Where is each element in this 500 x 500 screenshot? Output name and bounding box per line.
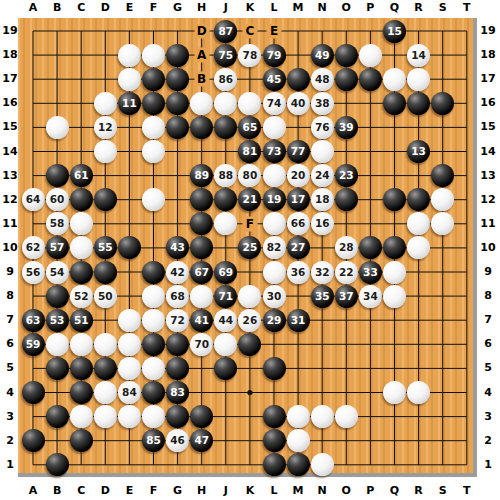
col-label-top: G — [173, 2, 182, 14]
stone-white-H16 — [190, 92, 213, 115]
stone-white-N14 — [311, 140, 334, 163]
stone-white-K13-move-80: 80 — [238, 164, 261, 187]
row-label-right: 1 — [484, 459, 492, 471]
move-number: 78 — [238, 44, 261, 67]
point-marker-B: B — [194, 72, 209, 87]
stone-black-L18-move-79: 79 — [263, 44, 286, 67]
stone-white-P8-move-34: 34 — [359, 285, 382, 308]
stone-black-J18-move-75: 75 — [214, 44, 237, 67]
row-label-left: 9 — [6, 266, 14, 278]
stone-white-L15 — [263, 116, 286, 139]
col-label-top: K — [246, 2, 255, 14]
stone-white-M13-move-20: 20 — [287, 164, 310, 187]
stone-white-J13-move-88: 88 — [214, 164, 237, 187]
stone-black-D9 — [94, 261, 117, 284]
row-label-left: 8 — [6, 290, 14, 302]
col-label-bottom: Q — [390, 485, 399, 497]
row-label-left: 17 — [2, 73, 17, 85]
move-number: 37 — [335, 285, 358, 308]
go-diagram: A AB BC CD DE EF FG GH HJ JK KL LM MN NO… — [0, 0, 500, 500]
col-label-top: O — [342, 2, 351, 14]
move-number: 20 — [287, 164, 310, 187]
move-number: 69 — [214, 261, 237, 284]
stone-black-O13-move-23: 23 — [335, 164, 358, 187]
stone-white-N12-move-18: 18 — [311, 188, 334, 211]
stone-black-P17 — [359, 68, 382, 91]
stone-white-B12-move-60: 60 — [46, 188, 69, 211]
stone-black-L12-move-19: 19 — [263, 188, 286, 211]
stone-black-G17 — [166, 68, 189, 91]
row-label-right: 17 — [480, 73, 495, 85]
stone-white-E6 — [118, 333, 141, 356]
stone-black-M17 — [287, 68, 310, 91]
stone-black-F4 — [142, 381, 165, 404]
stone-black-O18 — [335, 44, 358, 67]
stone-white-D4 — [94, 381, 117, 404]
move-number: 87 — [214, 20, 237, 43]
stone-white-D15-move-12: 12 — [94, 116, 117, 139]
row-label-right: 8 — [484, 290, 492, 302]
move-number: 58 — [46, 212, 69, 235]
move-number: 25 — [238, 236, 261, 259]
stone-black-F6 — [142, 333, 165, 356]
col-label-bottom: P — [366, 485, 374, 497]
row-label-left: 13 — [2, 170, 17, 182]
move-number: 64 — [22, 188, 45, 211]
row-label-right: 18 — [480, 49, 495, 61]
stone-black-F16 — [142, 92, 165, 115]
stone-black-M10-move-27: 27 — [287, 236, 310, 259]
move-number: 40 — [287, 92, 310, 115]
row-label-left: 1 — [6, 459, 14, 471]
row-label-left: 19 — [2, 25, 17, 37]
row-label-right: 9 — [484, 266, 492, 278]
stone-black-J19-move-87: 87 — [214, 20, 237, 43]
move-number: 65 — [238, 116, 261, 139]
row-label-right: 11 — [480, 218, 495, 230]
move-number: 80 — [238, 164, 261, 187]
move-number: 86 — [214, 68, 237, 91]
row-label-right: 16 — [480, 97, 495, 109]
stone-black-A6-move-59: 59 — [22, 333, 45, 356]
stone-black-D10-move-55: 55 — [94, 236, 117, 259]
stone-white-J7-move-44: 44 — [214, 309, 237, 332]
col-label-top: J — [224, 2, 228, 14]
col-label-top: L — [270, 2, 277, 14]
col-label-top: T — [463, 2, 471, 14]
move-number: 89 — [190, 164, 213, 187]
move-number: 52 — [70, 285, 93, 308]
move-number: 56 — [22, 261, 45, 284]
stone-black-E16-move-11: 11 — [118, 92, 141, 115]
move-number: 85 — [142, 429, 165, 452]
row-label-right: 15 — [480, 121, 495, 133]
stone-white-A9-move-56: 56 — [22, 261, 45, 284]
stone-white-A10-move-62: 62 — [22, 236, 45, 259]
stone-black-O8-move-37: 37 — [335, 285, 358, 308]
stone-black-J9-move-69: 69 — [214, 261, 237, 284]
stone-black-K14-move-81: 81 — [238, 140, 261, 163]
stone-black-G4-move-83: 83 — [166, 381, 189, 404]
stone-white-G2-move-46: 46 — [166, 429, 189, 452]
stone-black-C12 — [70, 188, 93, 211]
stone-white-H8 — [190, 285, 213, 308]
move-number: 49 — [311, 44, 334, 67]
stone-black-L5 — [263, 357, 286, 380]
col-label-top: F — [150, 2, 158, 14]
move-number: 63 — [22, 309, 45, 332]
move-number: 13 — [407, 140, 430, 163]
move-number: 61 — [70, 164, 93, 187]
col-label-top: N — [318, 2, 327, 14]
col-label-bottom: M — [293, 485, 304, 497]
row-label-right: 10 — [480, 242, 495, 254]
move-number: 22 — [335, 261, 358, 284]
stone-white-D16 — [94, 92, 117, 115]
move-number: 51 — [70, 309, 93, 332]
stone-black-C5 — [70, 357, 93, 380]
stone-black-H7-move-41: 41 — [190, 309, 213, 332]
col-label-bottom: J — [224, 485, 228, 497]
stone-white-N9-move-32: 32 — [311, 261, 334, 284]
row-label-right: 13 — [480, 170, 495, 182]
move-number: 76 — [311, 116, 334, 139]
stone-black-F2-move-85: 85 — [142, 429, 165, 452]
stone-white-M3 — [287, 405, 310, 428]
col-label-top: R — [414, 2, 422, 14]
move-number: 72 — [166, 309, 189, 332]
stone-white-G7-move-72: 72 — [166, 309, 189, 332]
row-label-left: 14 — [2, 146, 17, 158]
row-label-right: 7 — [484, 314, 492, 326]
stone-white-M2 — [287, 429, 310, 452]
stone-black-L2 — [263, 429, 286, 452]
stone-white-D3 — [94, 405, 117, 428]
stone-white-E18 — [118, 44, 141, 67]
stone-white-B9-move-54: 54 — [46, 261, 69, 284]
stone-white-F8 — [142, 285, 165, 308]
stone-white-L16-move-74: 74 — [263, 92, 286, 115]
stone-black-B7-move-53: 53 — [46, 309, 69, 332]
stone-white-J16 — [214, 92, 237, 115]
stone-black-C9 — [70, 261, 93, 284]
stone-white-L9 — [263, 261, 286, 284]
point-marker-C: C — [242, 24, 257, 39]
row-label-left: 18 — [2, 49, 17, 61]
col-label-top: P — [366, 2, 374, 14]
stone-black-G16 — [166, 92, 189, 115]
stone-white-F15 — [142, 116, 165, 139]
stone-white-H6-move-70: 70 — [190, 333, 213, 356]
col-label-bottom: E — [126, 485, 134, 497]
move-number: 33 — [359, 261, 382, 284]
stone-black-H9-move-67: 67 — [190, 261, 213, 284]
row-label-left: 7 — [6, 314, 14, 326]
point-marker-D: D — [194, 24, 209, 39]
row-label-right: 5 — [484, 362, 492, 374]
stone-white-E3 — [118, 405, 141, 428]
row-label-right: 4 — [484, 387, 492, 399]
stone-black-M12-move-17: 17 — [287, 188, 310, 211]
stone-white-C8-move-52: 52 — [70, 285, 93, 308]
move-number: 67 — [190, 261, 213, 284]
stone-white-E5 — [118, 357, 141, 380]
stone-black-L3 — [263, 405, 286, 428]
stone-black-F17 — [142, 68, 165, 91]
stone-black-C13-move-61: 61 — [70, 164, 93, 187]
col-label-top: C — [77, 2, 85, 14]
stone-black-B3 — [46, 405, 69, 428]
col-label-top: Q — [390, 2, 399, 14]
stone-black-G15 — [166, 116, 189, 139]
move-number: 26 — [238, 309, 261, 332]
stone-black-M7-move-31: 31 — [287, 309, 310, 332]
point-marker-A: A — [194, 48, 209, 63]
row-label-left: 4 — [6, 387, 14, 399]
move-number: 48 — [311, 68, 334, 91]
row-label-left: 10 — [2, 242, 17, 254]
stone-white-R4 — [407, 381, 430, 404]
move-number: 38 — [311, 92, 334, 115]
stone-white-E17 — [118, 68, 141, 91]
stone-white-J6 — [214, 333, 237, 356]
stone-black-R14-move-13: 13 — [407, 140, 430, 163]
stone-black-B8 — [46, 285, 69, 308]
stone-white-O10-move-28: 28 — [335, 236, 358, 259]
col-label-bottom: T — [463, 485, 471, 497]
stone-black-A2 — [22, 429, 45, 452]
stone-black-F9 — [142, 261, 165, 284]
stone-white-M16-move-40: 40 — [287, 92, 310, 115]
row-label-left: 12 — [2, 194, 17, 206]
move-number: 23 — [335, 164, 358, 187]
stone-black-P9-move-33: 33 — [359, 261, 382, 284]
col-label-bottom: A — [29, 485, 38, 497]
stone-white-C11 — [70, 212, 93, 235]
stone-white-Q4 — [383, 381, 406, 404]
row-label-left: 5 — [6, 362, 14, 374]
stone-black-H13-move-89: 89 — [190, 164, 213, 187]
move-number: 46 — [166, 429, 189, 452]
row-label-right: 2 — [484, 435, 492, 447]
row-label-right: 12 — [480, 194, 495, 206]
row-label-right: 14 — [480, 146, 495, 158]
stone-black-N8-move-35: 35 — [311, 285, 334, 308]
stone-black-C4 — [70, 381, 93, 404]
row-label-left: 2 — [6, 435, 14, 447]
stone-black-R16 — [407, 92, 430, 115]
stone-white-N11-move-16: 16 — [311, 212, 334, 235]
move-number: 18 — [311, 188, 334, 211]
stone-white-N16-move-38: 38 — [311, 92, 334, 115]
stone-black-G5 — [166, 357, 189, 380]
col-label-top: H — [197, 2, 206, 14]
stone-black-K15-move-65: 65 — [238, 116, 261, 139]
stone-white-B6 — [46, 333, 69, 356]
stone-black-L7-move-29: 29 — [263, 309, 286, 332]
col-label-bottom: G — [173, 485, 182, 497]
move-number: 39 — [335, 116, 358, 139]
stone-black-J8-move-71: 71 — [214, 285, 237, 308]
move-number: 29 — [263, 309, 286, 332]
move-number: 17 — [287, 188, 310, 211]
stone-white-C3 — [70, 405, 93, 428]
row-label-right: 3 — [484, 411, 492, 423]
stone-black-D5 — [94, 357, 117, 380]
stone-white-A12-move-64: 64 — [22, 188, 45, 211]
col-label-top: B — [53, 2, 61, 14]
stone-white-R18-move-14: 14 — [407, 44, 430, 67]
stone-black-G10-move-43: 43 — [166, 236, 189, 259]
stone-black-A4 — [22, 381, 45, 404]
row-label-left: 3 — [6, 411, 14, 423]
stone-white-D6 — [94, 333, 117, 356]
col-label-bottom: K — [246, 485, 255, 497]
stone-white-M9-move-36: 36 — [287, 261, 310, 284]
move-number: 70 — [190, 333, 213, 356]
stone-white-O9-move-22: 22 — [335, 261, 358, 284]
col-label-bottom: S — [439, 485, 447, 497]
move-number: 11 — [118, 92, 141, 115]
move-number: 43 — [166, 236, 189, 259]
stone-white-Q9 — [383, 261, 406, 284]
stone-white-K18-move-78: 78 — [238, 44, 261, 67]
stone-white-K7-move-26: 26 — [238, 309, 261, 332]
stone-white-D8-move-50: 50 — [94, 285, 117, 308]
stone-white-F5 — [142, 357, 165, 380]
stone-black-L1 — [263, 453, 286, 476]
move-number: 19 — [263, 188, 286, 211]
stone-white-N3 — [311, 405, 334, 428]
move-number: 16 — [311, 212, 334, 235]
col-label-bottom: O — [342, 485, 351, 497]
move-number: 84 — [118, 381, 141, 404]
move-number: 30 — [263, 285, 286, 308]
move-number: 71 — [214, 285, 237, 308]
stone-black-L17-move-45: 45 — [263, 68, 286, 91]
move-number: 77 — [287, 140, 310, 163]
stone-white-C6 — [70, 333, 93, 356]
col-label-bottom: R — [414, 485, 422, 497]
move-number: 31 — [287, 309, 310, 332]
move-number: 55 — [94, 236, 117, 259]
move-number: 36 — [287, 261, 310, 284]
move-number: 32 — [311, 261, 334, 284]
col-label-bottom: D — [101, 485, 110, 497]
stone-black-O17 — [335, 68, 358, 91]
row-label-left: 16 — [2, 97, 17, 109]
stone-white-G9-move-42: 42 — [166, 261, 189, 284]
move-number: 42 — [166, 261, 189, 284]
stone-white-N17-move-48: 48 — [311, 68, 334, 91]
move-number: 28 — [335, 236, 358, 259]
stone-black-C7-move-51: 51 — [70, 309, 93, 332]
move-number: 35 — [311, 285, 334, 308]
stone-black-M14-move-77: 77 — [287, 140, 310, 163]
stone-white-N13-move-24: 24 — [311, 164, 334, 187]
stone-white-L11 — [263, 212, 286, 235]
stone-black-O12 — [335, 188, 358, 211]
stone-white-K8 — [238, 285, 261, 308]
move-number: 59 — [22, 333, 45, 356]
move-number: 54 — [46, 261, 69, 284]
stone-black-B1 — [46, 453, 69, 476]
stone-black-G18 — [166, 44, 189, 67]
stone-white-N1 — [311, 453, 334, 476]
col-label-bottom: L — [270, 485, 277, 497]
col-label-bottom: H — [197, 485, 206, 497]
col-label-top: S — [439, 2, 447, 14]
stone-white-B15 — [46, 116, 69, 139]
stone-white-P18 — [359, 44, 382, 67]
move-number: 68 — [166, 285, 189, 308]
col-label-top: A — [29, 2, 38, 14]
move-number: 41 — [190, 309, 213, 332]
move-number: 60 — [46, 188, 69, 211]
move-number: 14 — [407, 44, 430, 67]
stone-white-Q17 — [383, 68, 406, 91]
move-number: 79 — [263, 44, 286, 67]
stone-black-L14-move-73: 73 — [263, 140, 286, 163]
stone-black-D12 — [94, 188, 117, 211]
move-number: 66 — [287, 212, 310, 235]
stone-white-L13 — [263, 164, 286, 187]
stone-white-F7 — [142, 309, 165, 332]
row-label-left: 15 — [2, 121, 17, 133]
move-number: 81 — [238, 140, 261, 163]
stone-white-F14 — [142, 140, 165, 163]
stone-white-J17-move-86: 86 — [214, 68, 237, 91]
stone-white-D14 — [94, 140, 117, 163]
stone-black-K10-move-25: 25 — [238, 236, 261, 259]
col-label-bottom: B — [53, 485, 61, 497]
stone-black-B5 — [46, 357, 69, 380]
point-marker-F: F — [242, 216, 257, 231]
move-number: 82 — [263, 236, 286, 259]
row-label-right: 19 — [480, 25, 495, 37]
stone-black-H2-move-47: 47 — [190, 429, 213, 452]
col-label-bottom: N — [318, 485, 327, 497]
point-marker-E: E — [267, 24, 282, 39]
move-number: 62 — [22, 236, 45, 259]
stone-white-O3 — [335, 405, 358, 428]
move-number: 24 — [311, 164, 334, 187]
col-label-top: E — [126, 2, 134, 14]
stone-black-M1 — [287, 453, 310, 476]
stone-black-H15 — [190, 116, 213, 139]
stone-black-C2 — [70, 429, 93, 452]
stone-white-G8-move-68: 68 — [166, 285, 189, 308]
col-label-top: D — [101, 2, 110, 14]
move-number: 15 — [383, 20, 406, 43]
stone-white-L10-move-82: 82 — [263, 236, 286, 259]
move-number: 27 — [287, 236, 310, 259]
stone-black-G6 — [166, 333, 189, 356]
move-number: 45 — [263, 68, 286, 91]
move-number: 47 — [190, 429, 213, 452]
stone-white-F18 — [142, 44, 165, 67]
move-number: 88 — [214, 164, 237, 187]
stone-black-Q16 — [383, 92, 406, 115]
move-number: 74 — [263, 92, 286, 115]
row-label-left: 6 — [6, 338, 14, 350]
move-number: 21 — [238, 188, 261, 211]
stone-black-Q19-move-15: 15 — [383, 20, 406, 43]
move-number: 34 — [359, 285, 382, 308]
move-number: 57 — [46, 236, 69, 259]
move-number: 53 — [46, 309, 69, 332]
stone-black-K12-move-21: 21 — [238, 188, 261, 211]
